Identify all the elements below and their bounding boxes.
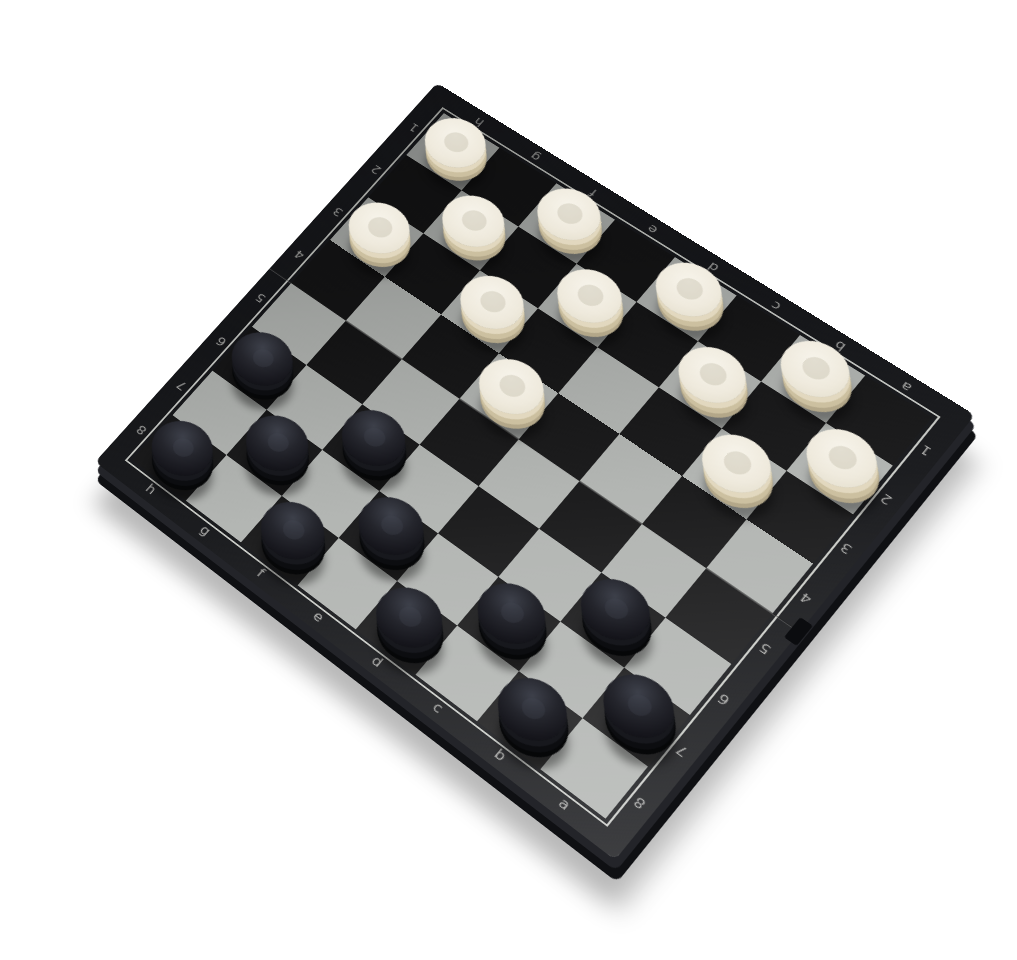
photo-scene: hgfedcba hgfedcba 12345678 12345678 ⛀⛀⛀⛀… [0, 0, 1017, 960]
checkers-board: hgfedcba hgfedcba 12345678 12345678 ⛀⛀⛀⛀… [95, 83, 975, 860]
board-squares [132, 113, 932, 819]
hinge-notch [784, 617, 813, 646]
